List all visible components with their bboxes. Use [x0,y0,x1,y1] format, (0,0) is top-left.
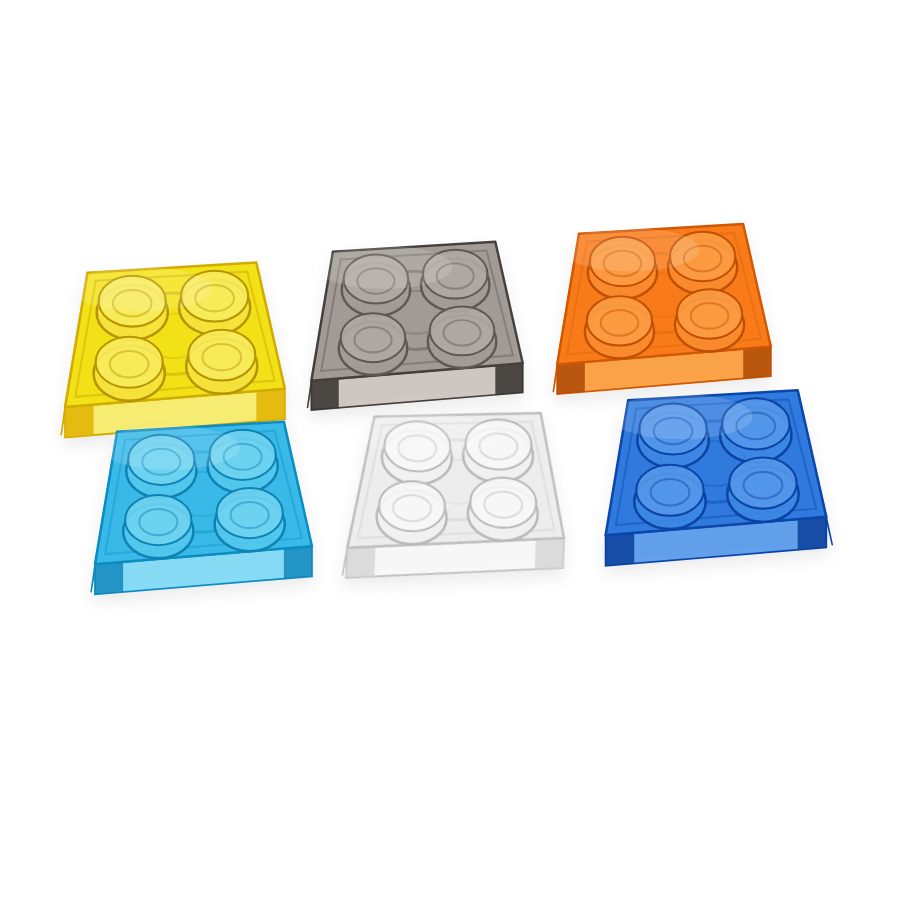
gloss-highlight [315,246,452,289]
stud-front-left [634,465,706,529]
front-corner-left [557,362,585,394]
front-corner-right [743,347,771,379]
gloss-highlight [99,426,240,470]
plate-trans-smoke-gray [302,234,536,416]
front-corner-right [284,546,312,578]
brick-image [598,382,838,572]
front-corner-left [311,379,338,411]
plate-trans-light-blue [89,408,322,606]
front-corner-left [606,533,635,566]
stud-front-right [467,476,539,542]
front-corner-right [798,517,827,550]
front-corner-left [95,562,123,594]
plate-trans-clear [334,397,586,592]
front-corner-right [535,537,564,570]
stud-front-left [123,495,193,558]
brick-image [302,234,536,416]
plate-trans-orange [544,216,788,400]
stud-front-left [339,313,407,375]
gloss-highlight [69,267,211,312]
brick-image [334,397,586,592]
brick-image [89,408,322,606]
brick-image [544,216,788,400]
stud-front-left [94,337,165,401]
front-corner-left [346,545,375,578]
stud-front-right [675,289,744,351]
stud-front-left [376,480,448,546]
product-photo-canvas [0,0,900,900]
stud-front-right [215,488,285,551]
stud-front-right [186,330,257,394]
stud-front-right [727,458,799,522]
gloss-highlight [610,394,753,439]
stud-front-left [585,296,654,358]
front-corner-right [495,363,522,395]
gloss-highlight [561,228,699,272]
stud-front-right [428,306,496,368]
plate-trans-dark-blue [598,382,838,572]
